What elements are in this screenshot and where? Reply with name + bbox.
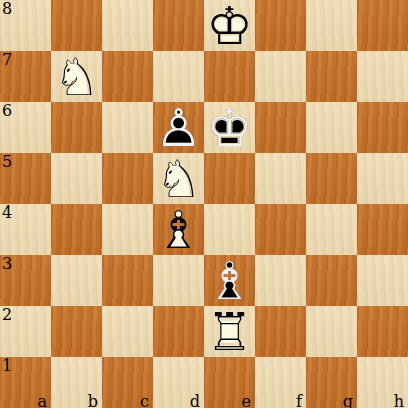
square-h8[interactable] — [357, 0, 408, 51]
square-b1[interactable]: b — [51, 357, 102, 408]
square-h3[interactable] — [357, 255, 408, 306]
square-c7[interactable] — [102, 51, 153, 102]
square-d2[interactable] — [153, 306, 204, 357]
square-e5[interactable] — [204, 153, 255, 204]
square-c2[interactable] — [102, 306, 153, 357]
square-h7[interactable] — [357, 51, 408, 102]
square-d4[interactable]: ♝♗ — [153, 204, 204, 255]
rank-label-8: 8 — [2, 0, 12, 17]
square-c4[interactable] — [102, 204, 153, 255]
piece-white-rook-e2[interactable]: ♜♖ — [204, 306, 255, 357]
black-pawn-outline-glyph: ♙ — [153, 102, 204, 153]
square-a6[interactable]: 6 — [0, 102, 51, 153]
chess-board: 8♚♔7♞♘6♟♙♚♔5♞♘4♝♗3♝♗2♜♖1abcdefgh — [0, 0, 408, 408]
rank-label-5: 5 — [2, 153, 12, 170]
rank-label-4: 4 — [2, 204, 12, 221]
square-b7[interactable]: ♞♘ — [51, 51, 102, 102]
square-g6[interactable] — [306, 102, 357, 153]
square-b3[interactable] — [51, 255, 102, 306]
square-b8[interactable] — [51, 0, 102, 51]
square-f8[interactable] — [255, 0, 306, 51]
square-d6[interactable]: ♟♙ — [153, 102, 204, 153]
piece-white-bishop-d4[interactable]: ♝♗ — [153, 204, 204, 255]
rank-label-1: 1 — [2, 357, 12, 374]
square-c1[interactable]: c — [102, 357, 153, 408]
square-c8[interactable] — [102, 0, 153, 51]
square-b6[interactable] — [51, 102, 102, 153]
rank-label-3: 3 — [2, 255, 12, 272]
square-c5[interactable] — [102, 153, 153, 204]
square-d5[interactable]: ♞♘ — [153, 153, 204, 204]
square-f3[interactable] — [255, 255, 306, 306]
square-f5[interactable] — [255, 153, 306, 204]
rank-label-6: 6 — [2, 102, 12, 119]
square-e4[interactable] — [204, 204, 255, 255]
file-label-b: b — [88, 393, 98, 408]
square-c3[interactable] — [102, 255, 153, 306]
piece-white-knight-b7[interactable]: ♞♘ — [51, 51, 102, 102]
square-a8[interactable]: 8 — [0, 0, 51, 51]
square-a2[interactable]: 2 — [0, 306, 51, 357]
piece-black-pawn-d6[interactable]: ♟♙ — [153, 102, 204, 153]
square-e8[interactable]: ♚♔ — [204, 0, 255, 51]
white-bishop-outline-glyph: ♗ — [153, 204, 204, 255]
square-g7[interactable] — [306, 51, 357, 102]
square-f2[interactable] — [255, 306, 306, 357]
black-bishop-outline-glyph: ♗ — [204, 255, 255, 306]
square-f1[interactable]: f — [255, 357, 306, 408]
rank-label-2: 2 — [2, 306, 12, 323]
square-g1[interactable]: g — [306, 357, 357, 408]
square-b4[interactable] — [51, 204, 102, 255]
square-h2[interactable] — [357, 306, 408, 357]
square-h4[interactable] — [357, 204, 408, 255]
square-f4[interactable] — [255, 204, 306, 255]
square-h6[interactable] — [357, 102, 408, 153]
square-b5[interactable] — [51, 153, 102, 204]
white-rook-outline-glyph: ♖ — [204, 306, 255, 357]
square-d7[interactable] — [153, 51, 204, 102]
square-a1[interactable]: 1a — [0, 357, 51, 408]
piece-black-bishop-e3[interactable]: ♝♗ — [204, 255, 255, 306]
white-knight-outline-glyph: ♘ — [153, 153, 204, 204]
file-label-g: g — [343, 393, 353, 408]
square-f7[interactable] — [255, 51, 306, 102]
square-e2[interactable]: ♜♖ — [204, 306, 255, 357]
piece-black-king-e6[interactable]: ♚♔ — [204, 102, 255, 153]
white-king-outline-glyph: ♔ — [204, 0, 255, 51]
square-a7[interactable]: 7 — [0, 51, 51, 102]
square-a4[interactable]: 4 — [0, 204, 51, 255]
square-b2[interactable] — [51, 306, 102, 357]
black-king-outline-glyph: ♔ — [204, 102, 255, 153]
square-g8[interactable] — [306, 0, 357, 51]
square-h1[interactable]: h — [357, 357, 408, 408]
square-d3[interactable] — [153, 255, 204, 306]
square-c6[interactable] — [102, 102, 153, 153]
rank-label-7: 7 — [2, 51, 12, 68]
square-a3[interactable]: 3 — [0, 255, 51, 306]
square-g5[interactable] — [306, 153, 357, 204]
square-g3[interactable] — [306, 255, 357, 306]
square-g4[interactable] — [306, 204, 357, 255]
file-label-a: a — [37, 393, 47, 408]
piece-white-king-e8[interactable]: ♚♔ — [204, 0, 255, 51]
square-e7[interactable] — [204, 51, 255, 102]
square-e1[interactable]: e — [204, 357, 255, 408]
square-a5[interactable]: 5 — [0, 153, 51, 204]
square-g2[interactable] — [306, 306, 357, 357]
square-e6[interactable]: ♚♔ — [204, 102, 255, 153]
file-label-f: f — [296, 393, 302, 408]
square-f6[interactable] — [255, 102, 306, 153]
file-label-e: e — [242, 393, 251, 408]
square-h5[interactable] — [357, 153, 408, 204]
square-d8[interactable] — [153, 0, 204, 51]
piece-white-knight-d5[interactable]: ♞♘ — [153, 153, 204, 204]
square-e3[interactable]: ♝♗ — [204, 255, 255, 306]
white-knight-outline-glyph: ♘ — [51, 51, 102, 102]
file-label-c: c — [140, 393, 149, 408]
file-label-d: d — [190, 393, 200, 408]
square-d1[interactable]: d — [153, 357, 204, 408]
file-label-h: h — [394, 393, 404, 408]
